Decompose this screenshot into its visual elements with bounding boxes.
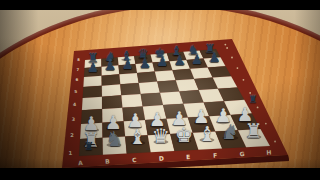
rank-label-3: 3 bbox=[72, 117, 75, 122]
square-b4[interactable] bbox=[102, 95, 122, 109]
piece-white-rook-a1[interactable]: ♜ bbox=[82, 130, 100, 150]
square-c5[interactable] bbox=[120, 83, 140, 95]
rail-stud bbox=[243, 79, 245, 81]
piece-white-knight-b1[interactable]: ♞ bbox=[105, 128, 123, 148]
square-a5[interactable] bbox=[83, 86, 102, 98]
rank-label-2: 2 bbox=[70, 132, 74, 138]
file-label-b: B bbox=[105, 157, 110, 164]
rail-stud bbox=[226, 47, 228, 49]
file-label-h: H bbox=[266, 148, 271, 155]
rail-stud bbox=[249, 92, 251, 94]
piece-white-king-e1[interactable]: ♚ bbox=[175, 125, 193, 145]
letterbox-top bbox=[0, 0, 320, 10]
file-label-f: F bbox=[213, 151, 217, 158]
piece-white-bishop-f1[interactable]: ♝ bbox=[198, 123, 216, 143]
rank-label-6: 6 bbox=[75, 77, 78, 82]
piece-black-pawn-g7[interactable]: ♟ bbox=[191, 52, 203, 65]
square-b5[interactable] bbox=[102, 84, 122, 96]
square-e6[interactable] bbox=[155, 70, 176, 81]
square-c4[interactable] bbox=[121, 94, 142, 108]
piece-black-pawn-h7[interactable]: ♟ bbox=[208, 51, 220, 64]
piece-black-pawn-c7[interactable]: ♟ bbox=[122, 58, 134, 71]
file-label-g: G bbox=[239, 150, 244, 157]
game-viewport: ABCDEFGH12345678 ♜♞♝♛♚♝♞♜♟♟♟♟♟♟♟♟♟♟♟♟♟♟♟… bbox=[0, 0, 320, 180]
rank-label-5: 5 bbox=[74, 89, 77, 94]
piece-black-pawn-f7[interactable]: ♟ bbox=[174, 54, 186, 67]
rank-label-8: 8 bbox=[77, 58, 80, 62]
piece-white-knight-g1[interactable]: ♞ bbox=[221, 122, 239, 142]
rail-stud bbox=[274, 141, 276, 143]
file-label-d: D bbox=[159, 154, 164, 161]
piece-black-pawn-a7[interactable]: ♟ bbox=[87, 61, 99, 74]
rank-label-1: 1 bbox=[69, 150, 73, 156]
square-d6[interactable] bbox=[137, 72, 157, 83]
rank-label-7: 7 bbox=[76, 67, 79, 72]
letterbox-bottom bbox=[0, 168, 320, 180]
file-label-e: E bbox=[186, 153, 190, 160]
square-b6[interactable] bbox=[102, 74, 121, 85]
piece-black-pawn-d7[interactable]: ♟ bbox=[139, 56, 151, 69]
rail-stud bbox=[224, 44, 226, 46]
chess-board[interactable]: ABCDEFGH12345678 bbox=[0, 0, 320, 180]
piece-white-bishop-c1[interactable]: ♝ bbox=[129, 127, 147, 147]
piece-white-queen-d1[interactable]: ♛ bbox=[152, 126, 170, 146]
square-d4[interactable] bbox=[141, 93, 163, 107]
rank-label-4: 4 bbox=[73, 102, 76, 107]
rail-stud bbox=[257, 107, 259, 109]
square-e5[interactable] bbox=[157, 80, 179, 92]
piece-black-pawn-b7[interactable]: ♟ bbox=[104, 59, 116, 72]
square-a4[interactable] bbox=[82, 97, 102, 111]
square-c6[interactable] bbox=[119, 73, 138, 84]
file-label-a: A bbox=[78, 159, 83, 166]
square-a6[interactable] bbox=[83, 76, 101, 87]
piece-white-rook-h1[interactable]: ♜ bbox=[245, 121, 263, 141]
square-d5[interactable] bbox=[139, 82, 160, 94]
rail-stud bbox=[231, 57, 233, 59]
piece-black-pawn-e7[interactable]: ♟ bbox=[156, 55, 168, 68]
rail-stud bbox=[265, 123, 267, 125]
rail-stud bbox=[237, 67, 239, 69]
